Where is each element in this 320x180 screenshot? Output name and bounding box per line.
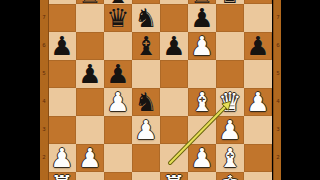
white-bishop-g2: ♝ — [218, 144, 241, 172]
white-pawn-c4: ♟ — [106, 88, 129, 116]
square-e3 — [160, 116, 188, 144]
square-h2 — [244, 144, 272, 172]
square-g4: ♛ — [216, 88, 244, 116]
black-pawn-h6: ♟ — [246, 32, 269, 60]
rank-label-left-4: 4 — [41, 92, 46, 111]
black-knight-d4: ♞ — [134, 88, 157, 116]
square-h7 — [244, 4, 272, 32]
white-bishop-f4: ♝ — [190, 88, 213, 116]
square-e2 — [160, 144, 188, 172]
white-pawn-f6: ♟ — [190, 32, 213, 60]
square-b2: ♟ — [76, 144, 104, 172]
square-c1 — [104, 172, 132, 180]
white-pawn-a2: ♟ — [50, 144, 73, 172]
square-b8: ♜ — [76, 0, 104, 4]
black-pawn-e6: ♟ — [162, 32, 185, 60]
black-rook-b8: ♜ — [78, 0, 101, 8]
square-b1 — [76, 172, 104, 180]
rank-label-right-7: 7 — [275, 8, 280, 27]
black-pawn-b5: ♟ — [78, 60, 101, 88]
square-c5: ♟ — [104, 60, 132, 88]
black-bishop-d6: ♝ — [134, 32, 157, 60]
square-d3: ♟ — [132, 116, 160, 144]
board: ♜♝♜♚♛♞♟♟♝♟♟♟♟♟♟♞♝♛♟♟♟♟♟♟♝♜♜♚ — [48, 0, 272, 180]
rank-label-right-3: 3 — [275, 120, 280, 139]
rank-label-right-6: 6 — [275, 36, 280, 55]
black-king-g8: ♚ — [218, 0, 241, 8]
square-h1 — [244, 172, 272, 180]
square-d1 — [132, 172, 160, 180]
square-c2 — [104, 144, 132, 172]
letterbox-right — [281, 0, 320, 180]
black-pawn-a6: ♟ — [50, 32, 73, 60]
white-pawn-g3: ♟ — [218, 116, 241, 144]
rank-label-left-3: 3 — [41, 120, 46, 139]
square-d5 — [132, 60, 160, 88]
white-queen-g4: ♛ — [218, 88, 241, 116]
square-g8: ♚ — [216, 0, 244, 4]
square-f1 — [188, 172, 216, 180]
black-rook-f8: ♜ — [190, 0, 213, 8]
square-a1: ♜ — [48, 172, 76, 180]
square-b3 — [76, 116, 104, 144]
black-bishop-c8: ♝ — [106, 0, 129, 8]
square-f4: ♝ — [188, 88, 216, 116]
white-pawn-f2: ♟ — [190, 144, 213, 172]
square-b4 — [76, 88, 104, 116]
square-e5 — [160, 60, 188, 88]
square-a3 — [48, 116, 76, 144]
square-a2: ♟ — [48, 144, 76, 172]
square-d4: ♞ — [132, 88, 160, 116]
square-a5 — [48, 60, 76, 88]
square-c3 — [104, 116, 132, 144]
board-border-right: 765432 — [273, 0, 281, 180]
rank-label-left-7: 7 — [41, 8, 46, 27]
square-g1: ♚ — [216, 172, 244, 180]
rank-label-right-4: 4 — [275, 92, 280, 111]
square-c6 — [104, 32, 132, 60]
square-b6 — [76, 32, 104, 60]
square-g3: ♟ — [216, 116, 244, 144]
square-a4 — [48, 88, 76, 116]
white-rook-a1: ♜ — [50, 171, 73, 180]
square-e4 — [160, 88, 188, 116]
white-pawn-b2: ♟ — [78, 144, 101, 172]
square-g6 — [216, 32, 244, 60]
square-h3 — [244, 116, 272, 144]
square-f6: ♟ — [188, 32, 216, 60]
white-king-g1: ♚ — [218, 171, 241, 180]
square-f8: ♜ — [188, 0, 216, 4]
square-e1: ♜ — [160, 172, 188, 180]
letterbox-left — [0, 0, 40, 180]
square-b5: ♟ — [76, 60, 104, 88]
square-f3 — [188, 116, 216, 144]
square-f2: ♟ — [188, 144, 216, 172]
square-h6: ♟ — [244, 32, 272, 60]
rank-label-right-2: 2 — [275, 148, 280, 167]
square-g5 — [216, 60, 244, 88]
square-d7: ♞ — [132, 4, 160, 32]
chess-board-area: 765432 ♜♝♜♚♛♞♟♟♝♟♟♟♟♟♟♞♝♛♟♟♟♟♟♟♝♜♜♚ 7654… — [40, 0, 281, 180]
white-rook-e1: ♜ — [162, 171, 185, 180]
square-d6: ♝ — [132, 32, 160, 60]
square-h5 — [244, 60, 272, 88]
square-d2 — [132, 144, 160, 172]
white-pawn-d3: ♟ — [134, 116, 157, 144]
black-knight-d7: ♞ — [134, 4, 157, 32]
square-h4: ♟ — [244, 88, 272, 116]
rank-label-left-6: 6 — [41, 36, 46, 55]
video-frame: 765432 ♜♝♜♚♛♞♟♟♝♟♟♟♟♟♟♞♝♛♟♟♟♟♟♟♝♜♜♚ 7654… — [0, 0, 320, 180]
square-a6: ♟ — [48, 32, 76, 60]
square-e7 — [160, 4, 188, 32]
square-e6: ♟ — [160, 32, 188, 60]
board-border-left: 765432 — [40, 0, 49, 180]
rank-label-left-2: 2 — [41, 148, 46, 167]
square-a7 — [48, 4, 76, 32]
white-pawn-h4: ♟ — [246, 88, 269, 116]
square-c8: ♝ — [104, 0, 132, 4]
rank-label-right-5: 5 — [275, 64, 280, 83]
rank-label-left-5: 5 — [41, 64, 46, 83]
black-pawn-c5: ♟ — [106, 60, 129, 88]
square-g2: ♝ — [216, 144, 244, 172]
square-f5 — [188, 60, 216, 88]
square-c4: ♟ — [104, 88, 132, 116]
